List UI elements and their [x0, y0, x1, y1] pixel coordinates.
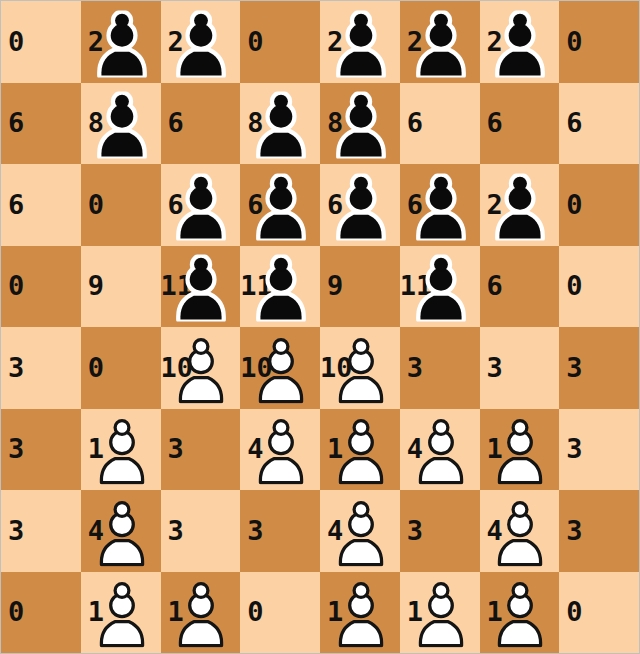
square-d3[interactable]: 4	[240, 409, 320, 491]
square-b2[interactable]: 4	[81, 490, 161, 572]
black-pawn-icon	[256, 255, 306, 322]
square-d7[interactable]: 8	[240, 83, 320, 165]
square-a6[interactable]: 6	[1, 164, 81, 246]
count-label: 9	[88, 272, 104, 299]
black-pawn-icon	[416, 10, 466, 77]
white-pawn-icon	[495, 418, 545, 485]
square-e6[interactable]: 6	[320, 164, 400, 246]
white-pawn-icon	[336, 418, 386, 485]
square-a2[interactable]: 3	[1, 490, 81, 572]
count-label: 3	[247, 517, 263, 544]
square-f2[interactable]: 3	[400, 490, 480, 572]
white-pawn-icon	[97, 581, 147, 648]
count-label: 0	[8, 28, 24, 55]
square-a3[interactable]: 3	[1, 409, 81, 491]
square-d1[interactable]: 0	[240, 572, 320, 654]
count-label: 6	[487, 272, 503, 299]
square-b6[interactable]: 0	[81, 164, 161, 246]
count-label: 0	[8, 272, 24, 299]
white-pawn-icon	[416, 581, 466, 648]
count-label: 0	[566, 272, 582, 299]
white-pawn-icon	[336, 499, 386, 566]
white-pawn-icon	[97, 418, 147, 485]
white-pawn-icon	[256, 418, 306, 485]
square-f3[interactable]: 4	[400, 409, 480, 491]
square-h8[interactable]: 0	[559, 1, 639, 83]
square-c3[interactable]: 3	[161, 409, 241, 491]
count-label: 3	[566, 517, 582, 544]
square-g8[interactable]: 2	[480, 1, 560, 83]
square-g6[interactable]: 2	[480, 164, 560, 246]
square-b7[interactable]: 8	[81, 83, 161, 165]
square-c7[interactable]: 6	[161, 83, 241, 165]
square-h6[interactable]: 0	[559, 164, 639, 246]
square-a4[interactable]: 3	[1, 327, 81, 409]
square-a1[interactable]: 0	[1, 572, 81, 654]
count-label: 3	[168, 517, 184, 544]
black-pawn-icon	[176, 255, 226, 322]
black-pawn-icon	[336, 92, 386, 159]
black-pawn-icon	[97, 10, 147, 77]
count-label: 3	[8, 517, 24, 544]
square-b3[interactable]: 1	[81, 409, 161, 491]
white-pawn-icon	[256, 336, 306, 403]
square-c5[interactable]: 11	[161, 246, 241, 328]
white-pawn-icon	[336, 336, 386, 403]
white-pawn-icon	[416, 418, 466, 485]
black-pawn-icon	[495, 173, 545, 240]
count-label: 3	[407, 517, 423, 544]
black-pawn-icon	[176, 173, 226, 240]
count-label: 3	[566, 354, 582, 381]
square-d2[interactable]: 3	[240, 490, 320, 572]
square-h5[interactable]: 0	[559, 246, 639, 328]
count-label: 9	[327, 272, 343, 299]
square-e5[interactable]: 9	[320, 246, 400, 328]
square-b1[interactable]: 1	[81, 572, 161, 654]
count-label: 3	[168, 435, 184, 462]
square-a8[interactable]: 0	[1, 1, 81, 83]
black-pawn-icon	[176, 10, 226, 77]
count-label: 3	[8, 354, 24, 381]
square-f6[interactable]: 6	[400, 164, 480, 246]
square-h4[interactable]: 3	[559, 327, 639, 409]
square-f5[interactable]: 11	[400, 246, 480, 328]
count-label: 0	[566, 191, 582, 218]
square-c1[interactable]: 1	[161, 572, 241, 654]
square-h1[interactable]: 0	[559, 572, 639, 654]
count-label: 6	[8, 191, 24, 218]
count-label: 0	[88, 191, 104, 218]
white-pawn-icon	[176, 336, 226, 403]
black-pawn-icon	[97, 92, 147, 159]
white-pawn-icon	[495, 499, 545, 566]
square-a7[interactable]: 6	[1, 83, 81, 165]
square-b5[interactable]: 9	[81, 246, 161, 328]
square-e1[interactable]: 1	[320, 572, 400, 654]
square-e7[interactable]: 8	[320, 83, 400, 165]
square-e2[interactable]: 4	[320, 490, 400, 572]
square-e3[interactable]: 1	[320, 409, 400, 491]
square-c2[interactable]: 3	[161, 490, 241, 572]
white-pawn-icon	[336, 581, 386, 648]
count-label: 0	[247, 598, 263, 625]
square-g1[interactable]: 1	[480, 572, 560, 654]
chess-board: 0220222068688666606666200911119116030101…	[0, 0, 640, 654]
white-pawn-icon	[97, 499, 147, 566]
square-f8[interactable]: 2	[400, 1, 480, 83]
count-label: 6	[487, 109, 503, 136]
white-pawn-icon	[176, 581, 226, 648]
square-d6[interactable]: 6	[240, 164, 320, 246]
square-f4[interactable]: 3	[400, 327, 480, 409]
square-h7[interactable]: 6	[559, 83, 639, 165]
count-label: 6	[566, 109, 582, 136]
count-label: 0	[566, 28, 582, 55]
count-label: 0	[247, 28, 263, 55]
square-d8[interactable]: 0	[240, 1, 320, 83]
black-pawn-icon	[256, 92, 306, 159]
count-label: 6	[168, 109, 184, 136]
white-pawn-icon	[495, 581, 545, 648]
count-label: 3	[8, 435, 24, 462]
square-h2[interactable]: 3	[559, 490, 639, 572]
count-label: 3	[487, 354, 503, 381]
count-label: 3	[407, 354, 423, 381]
count-label: 6	[8, 109, 24, 136]
square-e8[interactable]: 2	[320, 1, 400, 83]
square-a5[interactable]: 0	[1, 246, 81, 328]
square-f7[interactable]: 6	[400, 83, 480, 165]
count-label: 0	[566, 598, 582, 625]
count-label: 3	[566, 435, 582, 462]
square-g3[interactable]: 1	[480, 409, 560, 491]
black-pawn-icon	[416, 255, 466, 322]
square-d5[interactable]: 11	[240, 246, 320, 328]
square-g5[interactable]: 6	[480, 246, 560, 328]
square-c8[interactable]: 2	[161, 1, 241, 83]
black-pawn-icon	[336, 173, 386, 240]
black-pawn-icon	[256, 173, 306, 240]
square-h3[interactable]: 3	[559, 409, 639, 491]
square-g7[interactable]: 6	[480, 83, 560, 165]
black-pawn-icon	[416, 173, 466, 240]
black-pawn-icon	[495, 10, 545, 77]
count-label: 0	[8, 598, 24, 625]
square-d4[interactable]: 10	[240, 327, 320, 409]
square-g4[interactable]: 3	[480, 327, 560, 409]
count-label: 6	[407, 109, 423, 136]
square-g2[interactable]: 4	[480, 490, 560, 572]
black-pawn-icon	[336, 10, 386, 77]
square-e4[interactable]: 10	[320, 327, 400, 409]
square-f1[interactable]: 1	[400, 572, 480, 654]
square-c4[interactable]: 10	[161, 327, 241, 409]
count-label: 0	[88, 354, 104, 381]
square-b8[interactable]: 2	[81, 1, 161, 83]
square-c6[interactable]: 6	[161, 164, 241, 246]
square-b4[interactable]: 0	[81, 327, 161, 409]
